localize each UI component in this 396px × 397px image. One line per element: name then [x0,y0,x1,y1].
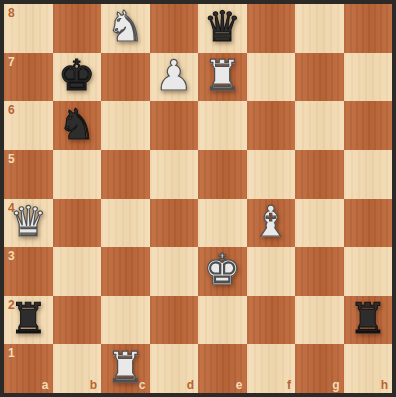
white-bishop-piece[interactable]: ♝ [247,199,296,248]
square-b4[interactable] [53,199,102,248]
black-knight-piece[interactable]: ♞ [53,101,102,150]
black-queen-piece[interactable]: ♛ [198,4,247,53]
square-b3[interactable] [53,247,102,296]
square-b6[interactable]: ♞ [53,101,102,150]
black-king-piece[interactable]: ♚ [53,53,102,102]
square-f3[interactable] [247,247,296,296]
square-a3[interactable]: 3 [4,247,53,296]
white-rook-piece[interactable]: ♜ [101,344,150,393]
square-b1[interactable]: b [53,344,102,393]
square-g8[interactable] [295,4,344,53]
file-label-b: b [90,378,97,392]
square-d3[interactable] [150,247,199,296]
rank-label-1: 1 [8,346,15,360]
square-h4[interactable] [344,199,393,248]
square-b8[interactable] [53,4,102,53]
square-b7[interactable]: ♚ [53,53,102,102]
square-d6[interactable] [150,101,199,150]
square-f6[interactable] [247,101,296,150]
chess-board-frame: 8♞♛7♚♟♜6♞54♛♝3♚2♜♜1abc♜defgh [0,0,396,397]
rank-label-6: 6 [8,103,15,117]
square-a5[interactable]: 5 [4,150,53,199]
square-e5[interactable] [198,150,247,199]
square-h5[interactable] [344,150,393,199]
rank-label-7: 7 [8,55,15,69]
square-a2[interactable]: 2♜ [4,296,53,345]
square-g2[interactable] [295,296,344,345]
chess-board: 8♞♛7♚♟♜6♞54♛♝3♚2♜♜1abc♜defgh [4,4,392,393]
rank-label-8: 8 [8,6,15,20]
square-e2[interactable] [198,296,247,345]
square-g3[interactable] [295,247,344,296]
square-f7[interactable] [247,53,296,102]
file-label-a: a [42,378,49,392]
file-label-g: g [332,378,339,392]
square-c6[interactable] [101,101,150,150]
square-f4[interactable]: ♝ [247,199,296,248]
square-c7[interactable] [101,53,150,102]
file-label-d: d [187,378,194,392]
square-h7[interactable] [344,53,393,102]
rank-label-5: 5 [8,152,15,166]
file-label-h: h [381,378,388,392]
square-f1[interactable]: f [247,344,296,393]
square-a6[interactable]: 6 [4,101,53,150]
square-e4[interactable] [198,199,247,248]
square-b2[interactable] [53,296,102,345]
file-label-e: e [236,378,243,392]
square-e7[interactable]: ♜ [198,53,247,102]
white-rook-piece[interactable]: ♜ [198,53,247,102]
square-a7[interactable]: 7 [4,53,53,102]
black-rook-piece[interactable]: ♜ [344,296,393,345]
square-g4[interactable] [295,199,344,248]
square-f5[interactable] [247,150,296,199]
square-d8[interactable] [150,4,199,53]
square-h6[interactable] [344,101,393,150]
square-e8[interactable]: ♛ [198,4,247,53]
white-knight-piece[interactable]: ♞ [101,4,150,53]
square-d7[interactable]: ♟ [150,53,199,102]
square-a8[interactable]: 8 [4,4,53,53]
square-a1[interactable]: 1a [4,344,53,393]
square-f2[interactable] [247,296,296,345]
square-g5[interactable] [295,150,344,199]
square-d4[interactable] [150,199,199,248]
square-h1[interactable]: h [344,344,393,393]
square-d2[interactable] [150,296,199,345]
square-c1[interactable]: c♜ [101,344,150,393]
square-c3[interactable] [101,247,150,296]
white-pawn-piece[interactable]: ♟ [150,53,199,102]
square-c2[interactable] [101,296,150,345]
square-d1[interactable]: d [150,344,199,393]
white-king-piece[interactable]: ♚ [198,247,247,296]
square-c4[interactable] [101,199,150,248]
file-label-f: f [287,378,291,392]
white-queen-piece[interactable]: ♛ [4,199,53,248]
square-g1[interactable]: g [295,344,344,393]
rank-label-3: 3 [8,249,15,263]
square-h3[interactable] [344,247,393,296]
square-e6[interactable] [198,101,247,150]
square-g7[interactable] [295,53,344,102]
square-d5[interactable] [150,150,199,199]
square-b5[interactable] [53,150,102,199]
square-e1[interactable]: e [198,344,247,393]
square-a4[interactable]: 4♛ [4,199,53,248]
square-g6[interactable] [295,101,344,150]
square-c8[interactable]: ♞ [101,4,150,53]
square-e3[interactable]: ♚ [198,247,247,296]
square-f8[interactable] [247,4,296,53]
square-h8[interactable] [344,4,393,53]
black-rook-piece[interactable]: ♜ [4,296,53,345]
square-c5[interactable] [101,150,150,199]
square-h2[interactable]: ♜ [344,296,393,345]
